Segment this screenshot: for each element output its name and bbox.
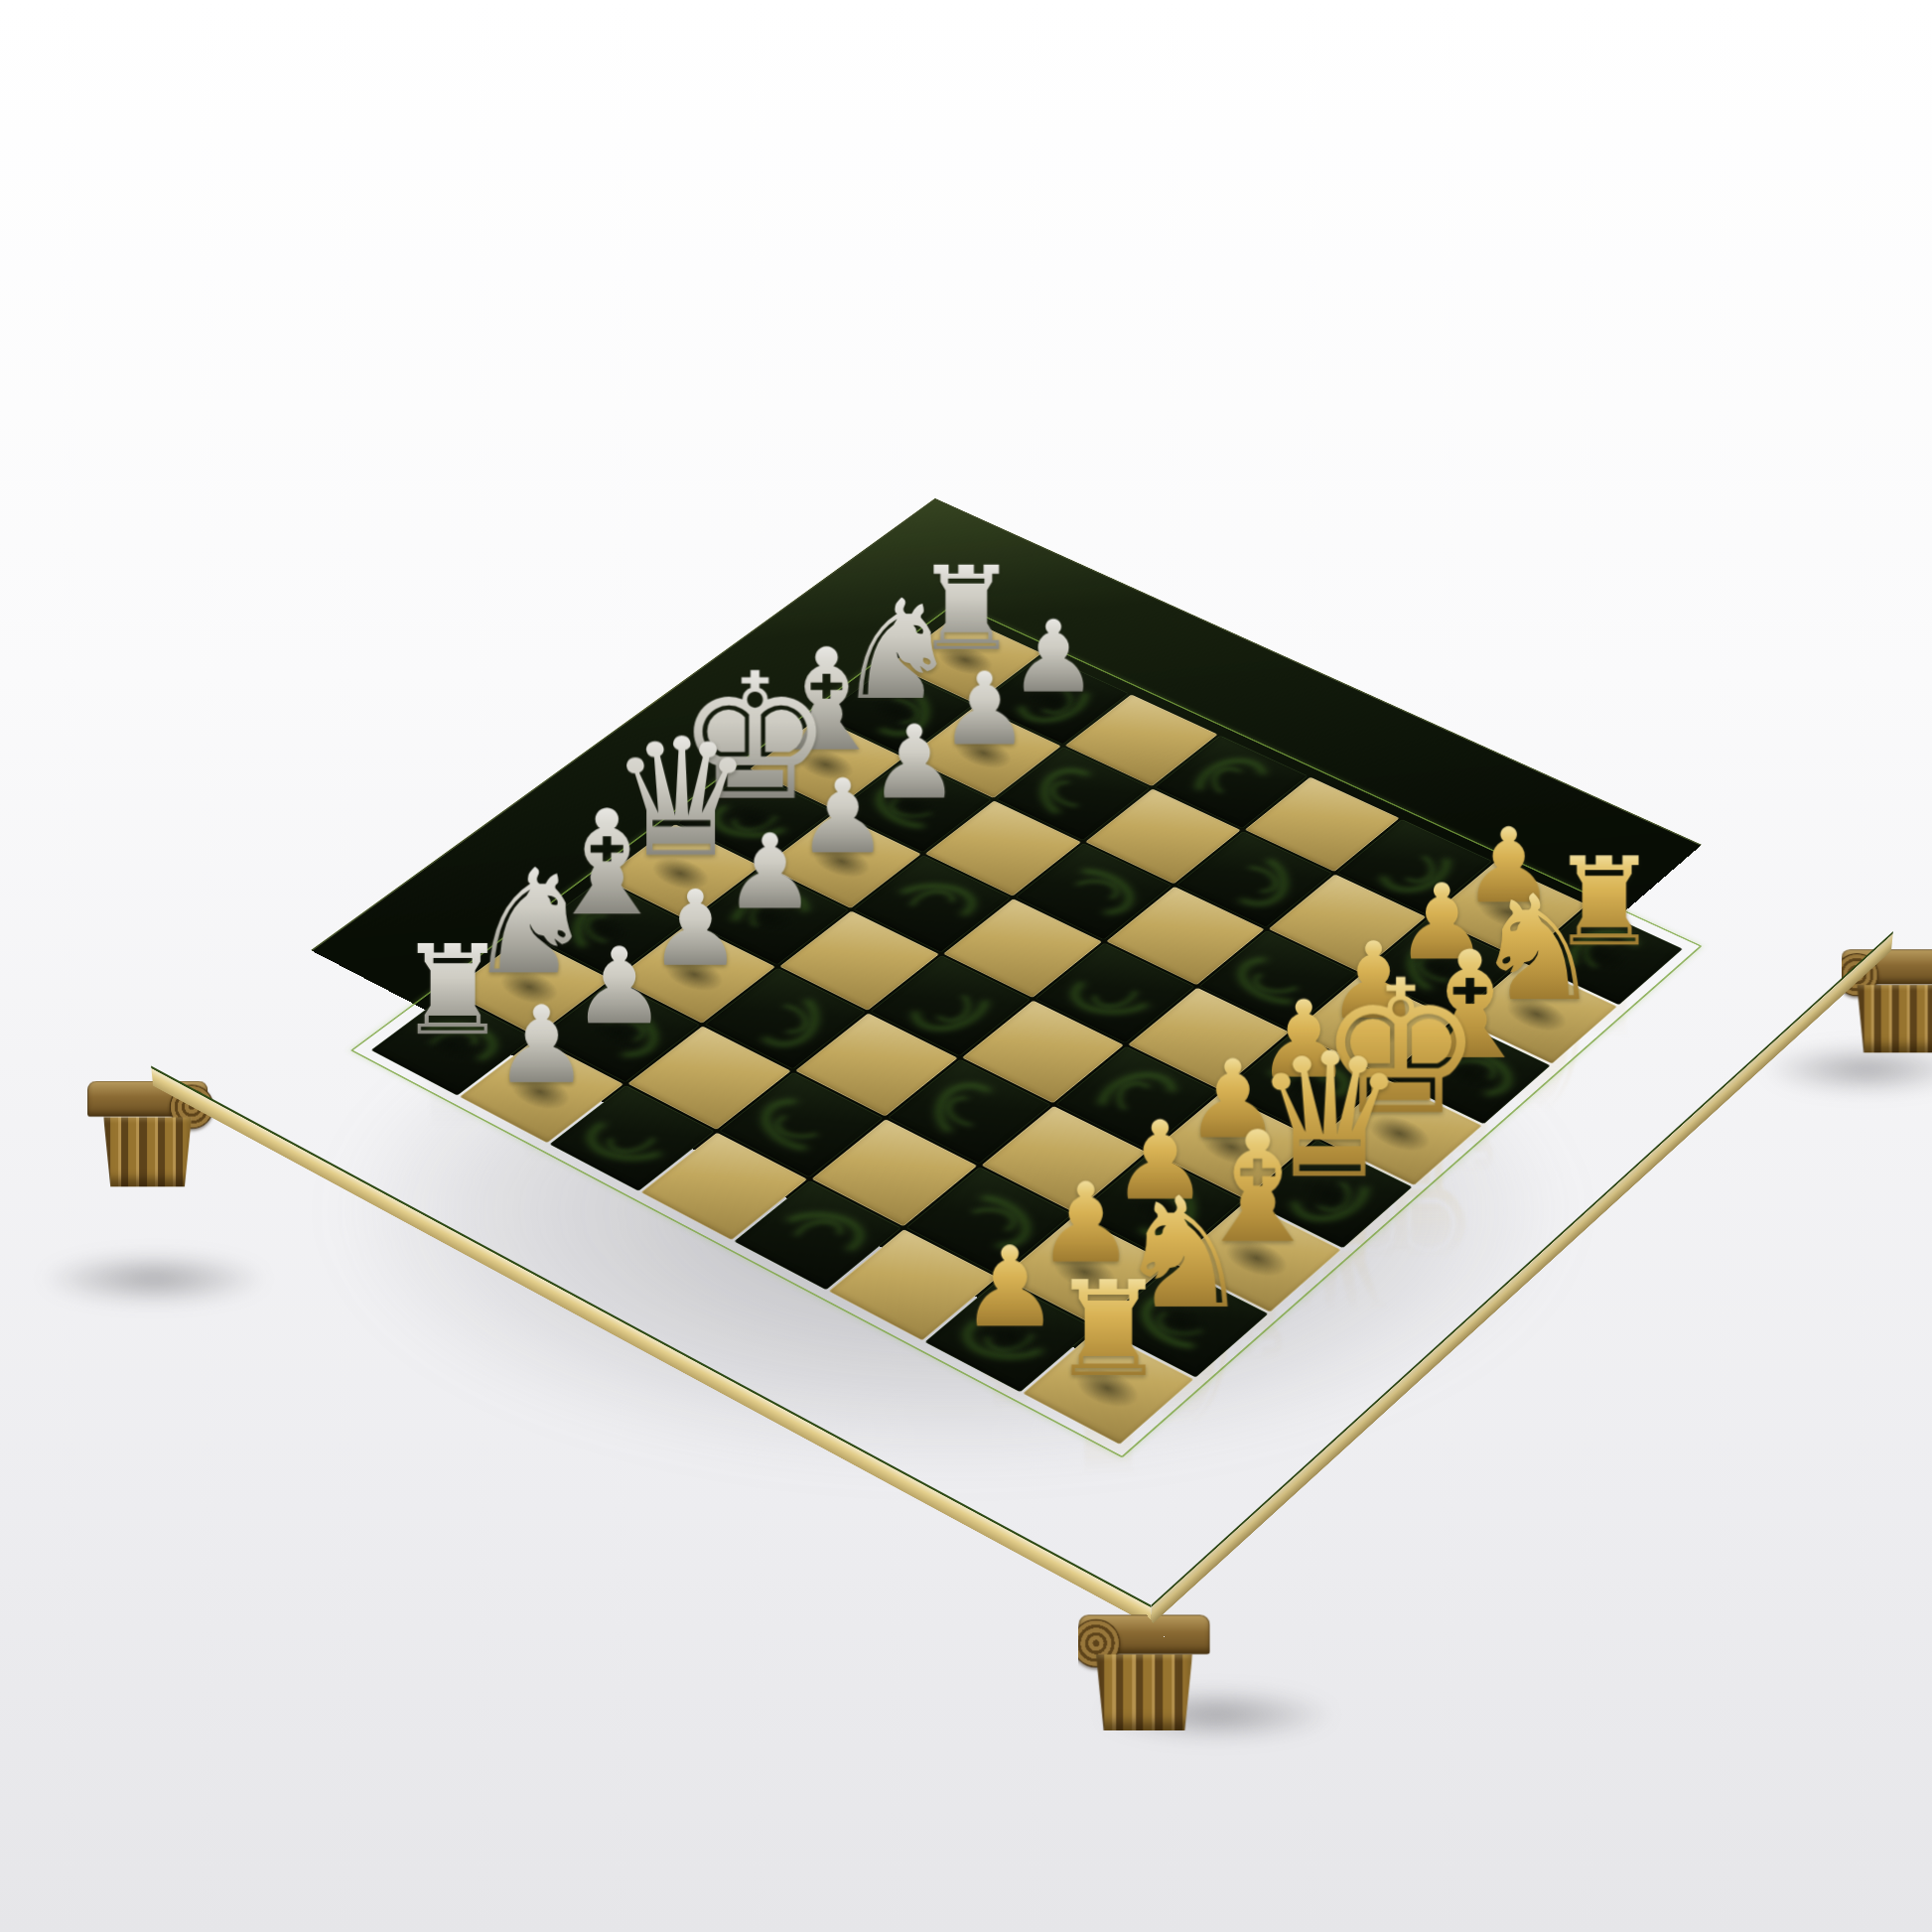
green-swirl-decoration bbox=[935, 1082, 1004, 1140]
square-a3 bbox=[549, 1085, 714, 1191]
green-swirl-decoration bbox=[747, 1089, 857, 1161]
green-swirl-decoration bbox=[1042, 775, 1104, 813]
green-swirl-decoration bbox=[1068, 970, 1162, 1017]
pawn-glyph: ♟ bbox=[960, 1232, 1060, 1343]
green-swirl-decoration bbox=[754, 998, 816, 1038]
piece-reflection: ♟ bbox=[960, 1328, 1060, 1440]
square-f3 bbox=[925, 800, 1081, 896]
left-foot-shadow bbox=[40, 1253, 268, 1305]
square-a8: ♜♜ bbox=[1023, 1329, 1193, 1445]
green-swirl-decoration bbox=[1068, 879, 1119, 903]
green-swirl-decoration bbox=[584, 1114, 681, 1163]
green-swirl-decoration bbox=[600, 1118, 665, 1159]
green-swirl-decoration bbox=[889, 882, 977, 924]
green-swirl-decoration bbox=[1036, 766, 1111, 822]
green-swirl-decoration bbox=[1040, 860, 1148, 924]
green-swirl-decoration bbox=[900, 885, 964, 923]
green-swirl-decoration bbox=[1209, 765, 1253, 797]
green-swirl-decoration bbox=[772, 1110, 830, 1140]
foot-flutes bbox=[103, 1117, 192, 1187]
green-swirl-decoration bbox=[769, 1210, 865, 1259]
foot-flutes bbox=[1096, 1654, 1192, 1730]
green-swirl-decoration bbox=[1215, 850, 1295, 907]
green-swirl-decoration bbox=[897, 971, 1005, 1039]
rook-glyph: ♜ bbox=[1049, 1263, 1168, 1395]
green-swirl-decoration bbox=[750, 991, 820, 1046]
rook-glyph: ♜ bbox=[397, 928, 508, 1052]
foot-flutes bbox=[1857, 985, 1932, 1053]
green-swirl-decoration bbox=[929, 989, 972, 1023]
green-swirl-decoration bbox=[1083, 973, 1147, 1014]
pawn-glyph: ♟ bbox=[493, 992, 590, 1099]
ionic-foot bbox=[1078, 1614, 1209, 1730]
green-swirl-decoration bbox=[937, 1090, 1002, 1133]
green-swirl-decoration bbox=[1181, 750, 1281, 813]
